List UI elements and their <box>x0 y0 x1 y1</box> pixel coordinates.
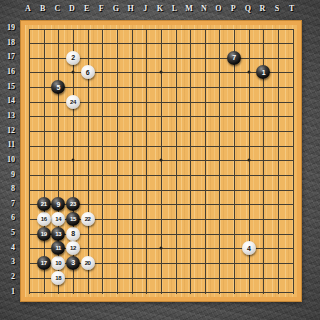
row-label-16: 16 <box>0 66 15 77</box>
move-number: 6 <box>86 69 90 76</box>
column-label-F: F <box>99 3 104 14</box>
column-label-J: J <box>143 3 147 14</box>
move-number: 7 <box>232 54 236 61</box>
move-number: 19 <box>41 231 47 237</box>
row-label-12: 12 <box>0 125 15 136</box>
grid-hline-1 <box>29 292 294 293</box>
star-point-K10 <box>159 159 162 162</box>
go-kifu-diagram: ABCDEFGHJKLMNOPQRST 19181716151413121110… <box>0 0 320 320</box>
column-label-M: M <box>185 3 193 14</box>
grid-hline-8 <box>29 190 294 191</box>
move-number: 21 <box>41 201 47 207</box>
stone-move-10-white-C3: 10 <box>51 256 65 270</box>
row-label-2: 2 <box>0 271 15 282</box>
stone-move-14-white-C6: 14 <box>51 212 65 226</box>
row-label-5: 5 <box>0 227 15 238</box>
row-label-7: 7 <box>0 198 15 209</box>
row-label-4: 4 <box>0 242 15 253</box>
stone-move-11-black-C4: 11 <box>51 241 65 255</box>
row-label-19: 19 <box>0 22 15 33</box>
grid-vline-T <box>293 29 294 294</box>
column-label-T: T <box>289 3 294 14</box>
stone-move-1-black-R16: 1 <box>256 65 270 79</box>
stone-move-20-white-E3: 20 <box>81 256 95 270</box>
column-label-S: S <box>275 3 279 14</box>
stone-move-13-black-C5: 13 <box>51 227 65 241</box>
star-point-Q16 <box>247 71 250 74</box>
star-point-D10 <box>71 159 74 162</box>
column-label-R: R <box>260 3 266 14</box>
move-number: 20 <box>85 260 91 266</box>
star-point-K16 <box>159 71 162 74</box>
stone-move-21-black-B7: 21 <box>37 197 51 211</box>
star-point-K4 <box>159 247 162 250</box>
row-label-15: 15 <box>0 81 15 92</box>
stone-move-15-black-D6: 15 <box>66 212 80 226</box>
column-label-P: P <box>231 3 236 14</box>
column-label-A: A <box>25 3 31 14</box>
column-label-H: H <box>127 3 133 14</box>
stone-move-2-white-D17: 2 <box>66 51 80 65</box>
row-label-14: 14 <box>0 95 15 106</box>
move-number: 8 <box>71 230 75 237</box>
grid-vline-G <box>117 29 118 294</box>
stone-move-6-white-E16: 6 <box>81 65 95 79</box>
row-label-8: 8 <box>0 183 15 194</box>
grid-hline-9 <box>29 175 294 176</box>
column-label-Q: Q <box>245 3 251 14</box>
row-label-13: 13 <box>0 110 15 121</box>
move-number: 23 <box>70 201 76 207</box>
row-label-18: 18 <box>0 37 15 48</box>
move-number: 18 <box>55 275 61 281</box>
column-label-O: O <box>215 3 221 14</box>
stone-move-24-white-D14: 24 <box>66 95 80 109</box>
stone-move-17-black-B3: 17 <box>37 256 51 270</box>
stone-move-23-black-D7: 23 <box>66 197 80 211</box>
grid-vline-L <box>176 29 177 294</box>
move-number: 17 <box>41 260 47 266</box>
move-number: 9 <box>57 201 61 208</box>
grid-vline-P <box>234 29 235 294</box>
move-number: 1 <box>262 69 266 76</box>
stone-move-22-white-E6: 22 <box>81 212 95 226</box>
move-number: 14 <box>55 216 61 222</box>
stone-move-9-black-C7: 9 <box>51 197 65 211</box>
stone-move-3-black-D3: 3 <box>66 256 80 270</box>
column-label-L: L <box>172 3 177 14</box>
move-number: 4 <box>247 245 251 252</box>
move-number: 16 <box>41 216 47 222</box>
grid-vline-O <box>219 29 220 294</box>
grid-vline-N <box>205 29 206 294</box>
stone-move-8-white-D5: 8 <box>66 227 80 241</box>
row-label-11: 11 <box>0 139 15 150</box>
column-label-B: B <box>40 3 45 14</box>
move-number: 15 <box>70 216 76 222</box>
stone-move-19-black-B5: 19 <box>37 227 51 241</box>
column-label-K: K <box>157 3 163 14</box>
move-number: 22 <box>85 216 91 222</box>
row-label-6: 6 <box>0 212 15 223</box>
move-number: 24 <box>70 99 76 105</box>
row-label-9: 9 <box>0 169 15 180</box>
stone-move-18-white-C2: 18 <box>51 271 65 285</box>
row-label-10: 10 <box>0 154 15 165</box>
move-number: 2 <box>71 54 75 61</box>
grid-vline-A <box>29 29 30 294</box>
column-label-E: E <box>84 3 89 14</box>
goban: 123456789101112131415161718192021222324 <box>20 20 302 302</box>
grid-vline-J <box>146 29 147 294</box>
star-point-Q10 <box>247 159 250 162</box>
move-number: 3 <box>71 259 75 266</box>
stone-move-4-white-Q4: 4 <box>242 241 256 255</box>
move-number: 11 <box>56 245 62 251</box>
column-label-D: D <box>69 3 75 14</box>
column-label-N: N <box>201 3 207 14</box>
move-number: 10 <box>55 260 61 266</box>
row-label-1: 1 <box>0 286 15 297</box>
row-label-17: 17 <box>0 51 15 62</box>
grid-hline-2 <box>29 278 294 279</box>
star-point-D16 <box>71 71 74 74</box>
grid-vline-H <box>132 29 133 294</box>
stone-move-7-black-P17: 7 <box>227 51 241 65</box>
column-label-G: G <box>113 3 119 14</box>
column-label-C: C <box>54 3 60 14</box>
row-label-3: 3 <box>0 256 15 267</box>
move-number: 5 <box>57 84 61 91</box>
grid-vline-M <box>190 29 191 294</box>
move-number: 13 <box>55 231 61 237</box>
grid-vline-B <box>44 29 45 294</box>
grid-vline-S <box>278 29 279 294</box>
stone-move-16-white-B6: 16 <box>37 212 51 226</box>
grid-vline-F <box>102 29 103 294</box>
move-number: 12 <box>70 245 76 251</box>
stone-move-12-white-D4: 12 <box>66 241 80 255</box>
stone-move-5-black-C15: 5 <box>51 80 65 94</box>
